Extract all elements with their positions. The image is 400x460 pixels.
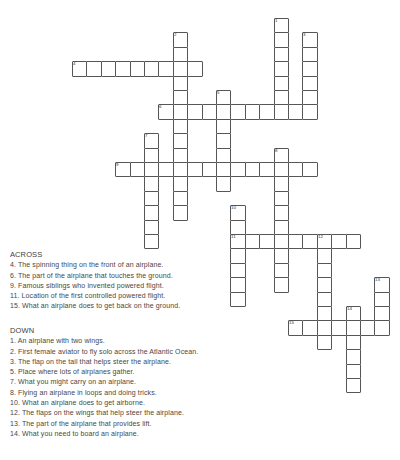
grid-cell-r18c21[interactable] <box>374 277 389 292</box>
grid-cell-r8c5[interactable] <box>144 133 159 148</box>
clue-across-15: 15. What an airplane does to get back on… <box>10 301 180 311</box>
grid-cell-r10c8[interactable] <box>187 162 202 177</box>
grid-cell-r10c6[interactable] <box>158 162 173 177</box>
clue-down-12: 12. The flaps on the wings that help ste… <box>10 408 198 418</box>
clue-down-7: 7. What you might carry on an airplane. <box>10 377 198 387</box>
grid-cell-r11c5[interactable] <box>144 176 159 191</box>
grid-cell-r16c17[interactable] <box>317 248 332 263</box>
crossword-page: 123456789101112131415 ACROSS 4. The spin… <box>0 0 400 460</box>
grid-cell-r6c12[interactable] <box>245 104 260 119</box>
clue-down-10: 10. What an airplane does to get airborn… <box>10 398 198 408</box>
across-header: ACROSS <box>10 250 180 260</box>
grid-cell-r3c6[interactable] <box>158 61 173 76</box>
grid-cell-r10c5[interactable] <box>144 162 159 177</box>
grid-cell-r17c14[interactable] <box>274 263 289 278</box>
grid-cell-r10c13[interactable] <box>259 162 274 177</box>
grid-cell-r0c14[interactable] <box>274 18 289 33</box>
grid-cell-r12c7[interactable] <box>173 191 188 206</box>
grid-cell-r24c19[interactable] <box>346 364 361 379</box>
grid-cell-r4c14[interactable] <box>274 76 289 91</box>
grid-cell-r3c3[interactable] <box>115 61 130 76</box>
grid-cell-r3c4[interactable] <box>130 61 145 76</box>
grid-cell-r6c15[interactable] <box>288 104 303 119</box>
grid-cell-r13c7[interactable] <box>173 205 188 220</box>
grid-cell-r18c14[interactable] <box>274 277 289 292</box>
grid-cell-r10c3[interactable] <box>115 162 130 177</box>
grid-cell-r8c10[interactable] <box>216 133 231 148</box>
grid-cell-r22c17[interactable] <box>317 335 332 350</box>
grid-cell-r19c21[interactable] <box>374 292 389 307</box>
grid-cell-r10c9[interactable] <box>202 162 217 177</box>
grid-cell-r10c7[interactable] <box>173 162 188 177</box>
grid-cell-r15c18[interactable] <box>331 234 346 249</box>
grid-cell-r21c17[interactable] <box>317 320 332 335</box>
grid-cell-r10c14[interactable] <box>274 162 289 177</box>
grid-cell-r5c14[interactable] <box>274 90 289 105</box>
grid-cell-r15c19[interactable] <box>346 234 361 249</box>
grid-cell-r12c5[interactable] <box>144 191 159 206</box>
grid-cell-r13c11[interactable] <box>230 205 245 220</box>
grid-cell-r13c5[interactable] <box>144 205 159 220</box>
grid-cell-r9c7[interactable] <box>173 148 188 163</box>
grid-cell-r6c9[interactable] <box>202 104 217 119</box>
grid-cell-r14c14[interactable] <box>274 220 289 235</box>
clue-down-3: 3. The flap on the tail that helps steer… <box>10 357 198 367</box>
grid-cell-r17c11[interactable] <box>230 263 245 278</box>
grid-cell-r2c7[interactable] <box>173 47 188 62</box>
grid-cell-r15c17[interactable] <box>317 234 332 249</box>
grid-cell-r3c7[interactable] <box>173 61 188 76</box>
clue-across-9: 9. Famous siblings who invented powered … <box>10 281 180 291</box>
grid-cell-r19c17[interactable] <box>317 292 332 307</box>
down-clue-list: 1. An airplane with two wings.2. First f… <box>10 336 198 439</box>
clue-across-6: 6. The part of the airplane that touches… <box>10 271 180 281</box>
grid-cell-r15c15[interactable] <box>288 234 303 249</box>
clue-down-2: 2. First female aviator to fly solo acro… <box>10 347 198 357</box>
grid-cell-r20c19[interactable] <box>346 306 361 321</box>
grid-cell-r16c14[interactable] <box>274 248 289 263</box>
grid-cell-r9c14[interactable] <box>274 148 289 163</box>
grid-cell-r10c10[interactable] <box>216 162 231 177</box>
grid-cell-r6c11[interactable] <box>230 104 245 119</box>
grid-cell-r5c10[interactable] <box>216 90 231 105</box>
grid-cell-r14c5[interactable] <box>144 220 159 235</box>
grid-cell-r22c19[interactable] <box>346 335 361 350</box>
grid-cell-r10c4[interactable] <box>130 162 145 177</box>
grid-cell-r3c0[interactable] <box>72 61 87 76</box>
grid-cell-r21c18[interactable] <box>331 320 346 335</box>
grid-cell-r16c11[interactable] <box>230 248 245 263</box>
grid-cell-r4c16[interactable] <box>302 76 317 91</box>
grid-cell-r6c13[interactable] <box>259 104 274 119</box>
grid-cell-r11c14[interactable] <box>274 176 289 191</box>
grid-cell-r9c5[interactable] <box>144 148 159 163</box>
across-clues-section: ACROSS 4. The spinning thing on the fron… <box>10 250 180 312</box>
grid-cell-r2c14[interactable] <box>274 47 289 62</box>
grid-cell-r15c14[interactable] <box>274 234 289 249</box>
grid-cell-r20c17[interactable] <box>317 306 332 321</box>
grid-cell-r3c5[interactable] <box>144 61 159 76</box>
grid-cell-r3c16[interactable] <box>302 61 317 76</box>
down-header: DOWN <box>10 326 198 336</box>
grid-cell-r6c6[interactable] <box>158 104 173 119</box>
grid-cell-r15c5[interactable] <box>144 234 159 249</box>
grid-cell-r15c13[interactable] <box>259 234 274 249</box>
grid-cell-r13c14[interactable] <box>274 205 289 220</box>
grid-cell-r3c2[interactable] <box>101 61 116 76</box>
grid-cell-r3c14[interactable] <box>274 61 289 76</box>
grid-cell-r6c10[interactable] <box>216 104 231 119</box>
grid-cell-r15c16[interactable] <box>302 234 317 249</box>
grid-cell-r6c16[interactable] <box>302 104 317 119</box>
grid-cell-r3c8[interactable] <box>187 61 202 76</box>
grid-cell-r17c17[interactable] <box>317 263 332 278</box>
grid-cell-r1c16[interactable] <box>302 32 317 47</box>
grid-cell-r18c11[interactable] <box>230 277 245 292</box>
clue-down-14: 14. What you need to board an airplane. <box>10 429 198 439</box>
grid-cell-r21c21[interactable] <box>374 320 389 335</box>
grid-cell-r6c8[interactable] <box>187 104 202 119</box>
grid-cell-r10c15[interactable] <box>288 162 303 177</box>
across-clue-list: 4. The spinning thing on the front of an… <box>10 260 180 311</box>
grid-cell-r5c7[interactable] <box>173 90 188 105</box>
clue-down-1: 1. An airplane with two wings. <box>10 336 198 346</box>
grid-cell-r15c11[interactable] <box>230 234 245 249</box>
grid-cell-r6c7[interactable] <box>173 104 188 119</box>
grid-cell-r9c10[interactable] <box>216 148 231 163</box>
grid-cell-r12c14[interactable] <box>274 191 289 206</box>
clue-down-8: 8. Flying an airplane in loops and doing… <box>10 388 198 398</box>
grid-cell-r10c11[interactable] <box>230 162 245 177</box>
grid-cell-r25c19[interactable] <box>346 378 361 393</box>
clue-down-5: 5. Place where lots of airplanes gather. <box>10 367 198 377</box>
grid-cell-r14c11[interactable] <box>230 220 245 235</box>
grid-cell-r20c21[interactable] <box>374 306 389 321</box>
grid-cell-r4c7[interactable] <box>173 76 188 91</box>
grid-cell-r6c14[interactable] <box>274 104 289 119</box>
grid-cell-r21c20[interactable] <box>360 320 375 335</box>
clue-down-13: 13. The part of the airplane that provid… <box>10 419 198 429</box>
grid-cell-r2c16[interactable] <box>302 47 317 62</box>
down-clues-section: DOWN 1. An airplane with two wings.2. Fi… <box>10 326 198 439</box>
grid-cell-r7c10[interactable] <box>216 119 231 134</box>
grid-cell-r11c10[interactable] <box>216 176 231 191</box>
clue-across-11: 11. Location of the first controlled pow… <box>10 291 180 301</box>
grid-cell-r21c15[interactable] <box>288 320 303 335</box>
clue-across-4: 4. The spinning thing on the front of an… <box>10 260 180 270</box>
grid-cell-r8c7[interactable] <box>173 133 188 148</box>
grid-cell-r5c16[interactable] <box>302 90 317 105</box>
grid-cell-r19c11[interactable] <box>230 292 245 307</box>
grid-cell-r7c7[interactable] <box>173 119 188 134</box>
grid-cell-r15c12[interactable] <box>245 234 260 249</box>
grid-cell-r3c1[interactable] <box>86 61 101 76</box>
grid-cell-r21c16[interactable] <box>302 320 317 335</box>
grid-cell-r1c7[interactable] <box>173 32 188 47</box>
grid-cell-r10c16[interactable] <box>302 162 317 177</box>
grid-cell-r18c17[interactable] <box>317 277 332 292</box>
grid-cell-r21c19[interactable] <box>346 320 361 335</box>
grid-cell-r11c7[interactable] <box>173 176 188 191</box>
grid-cell-r23c19[interactable] <box>346 349 361 364</box>
grid-cell-r1c14[interactable] <box>274 32 289 47</box>
grid-cell-r10c12[interactable] <box>245 162 260 177</box>
